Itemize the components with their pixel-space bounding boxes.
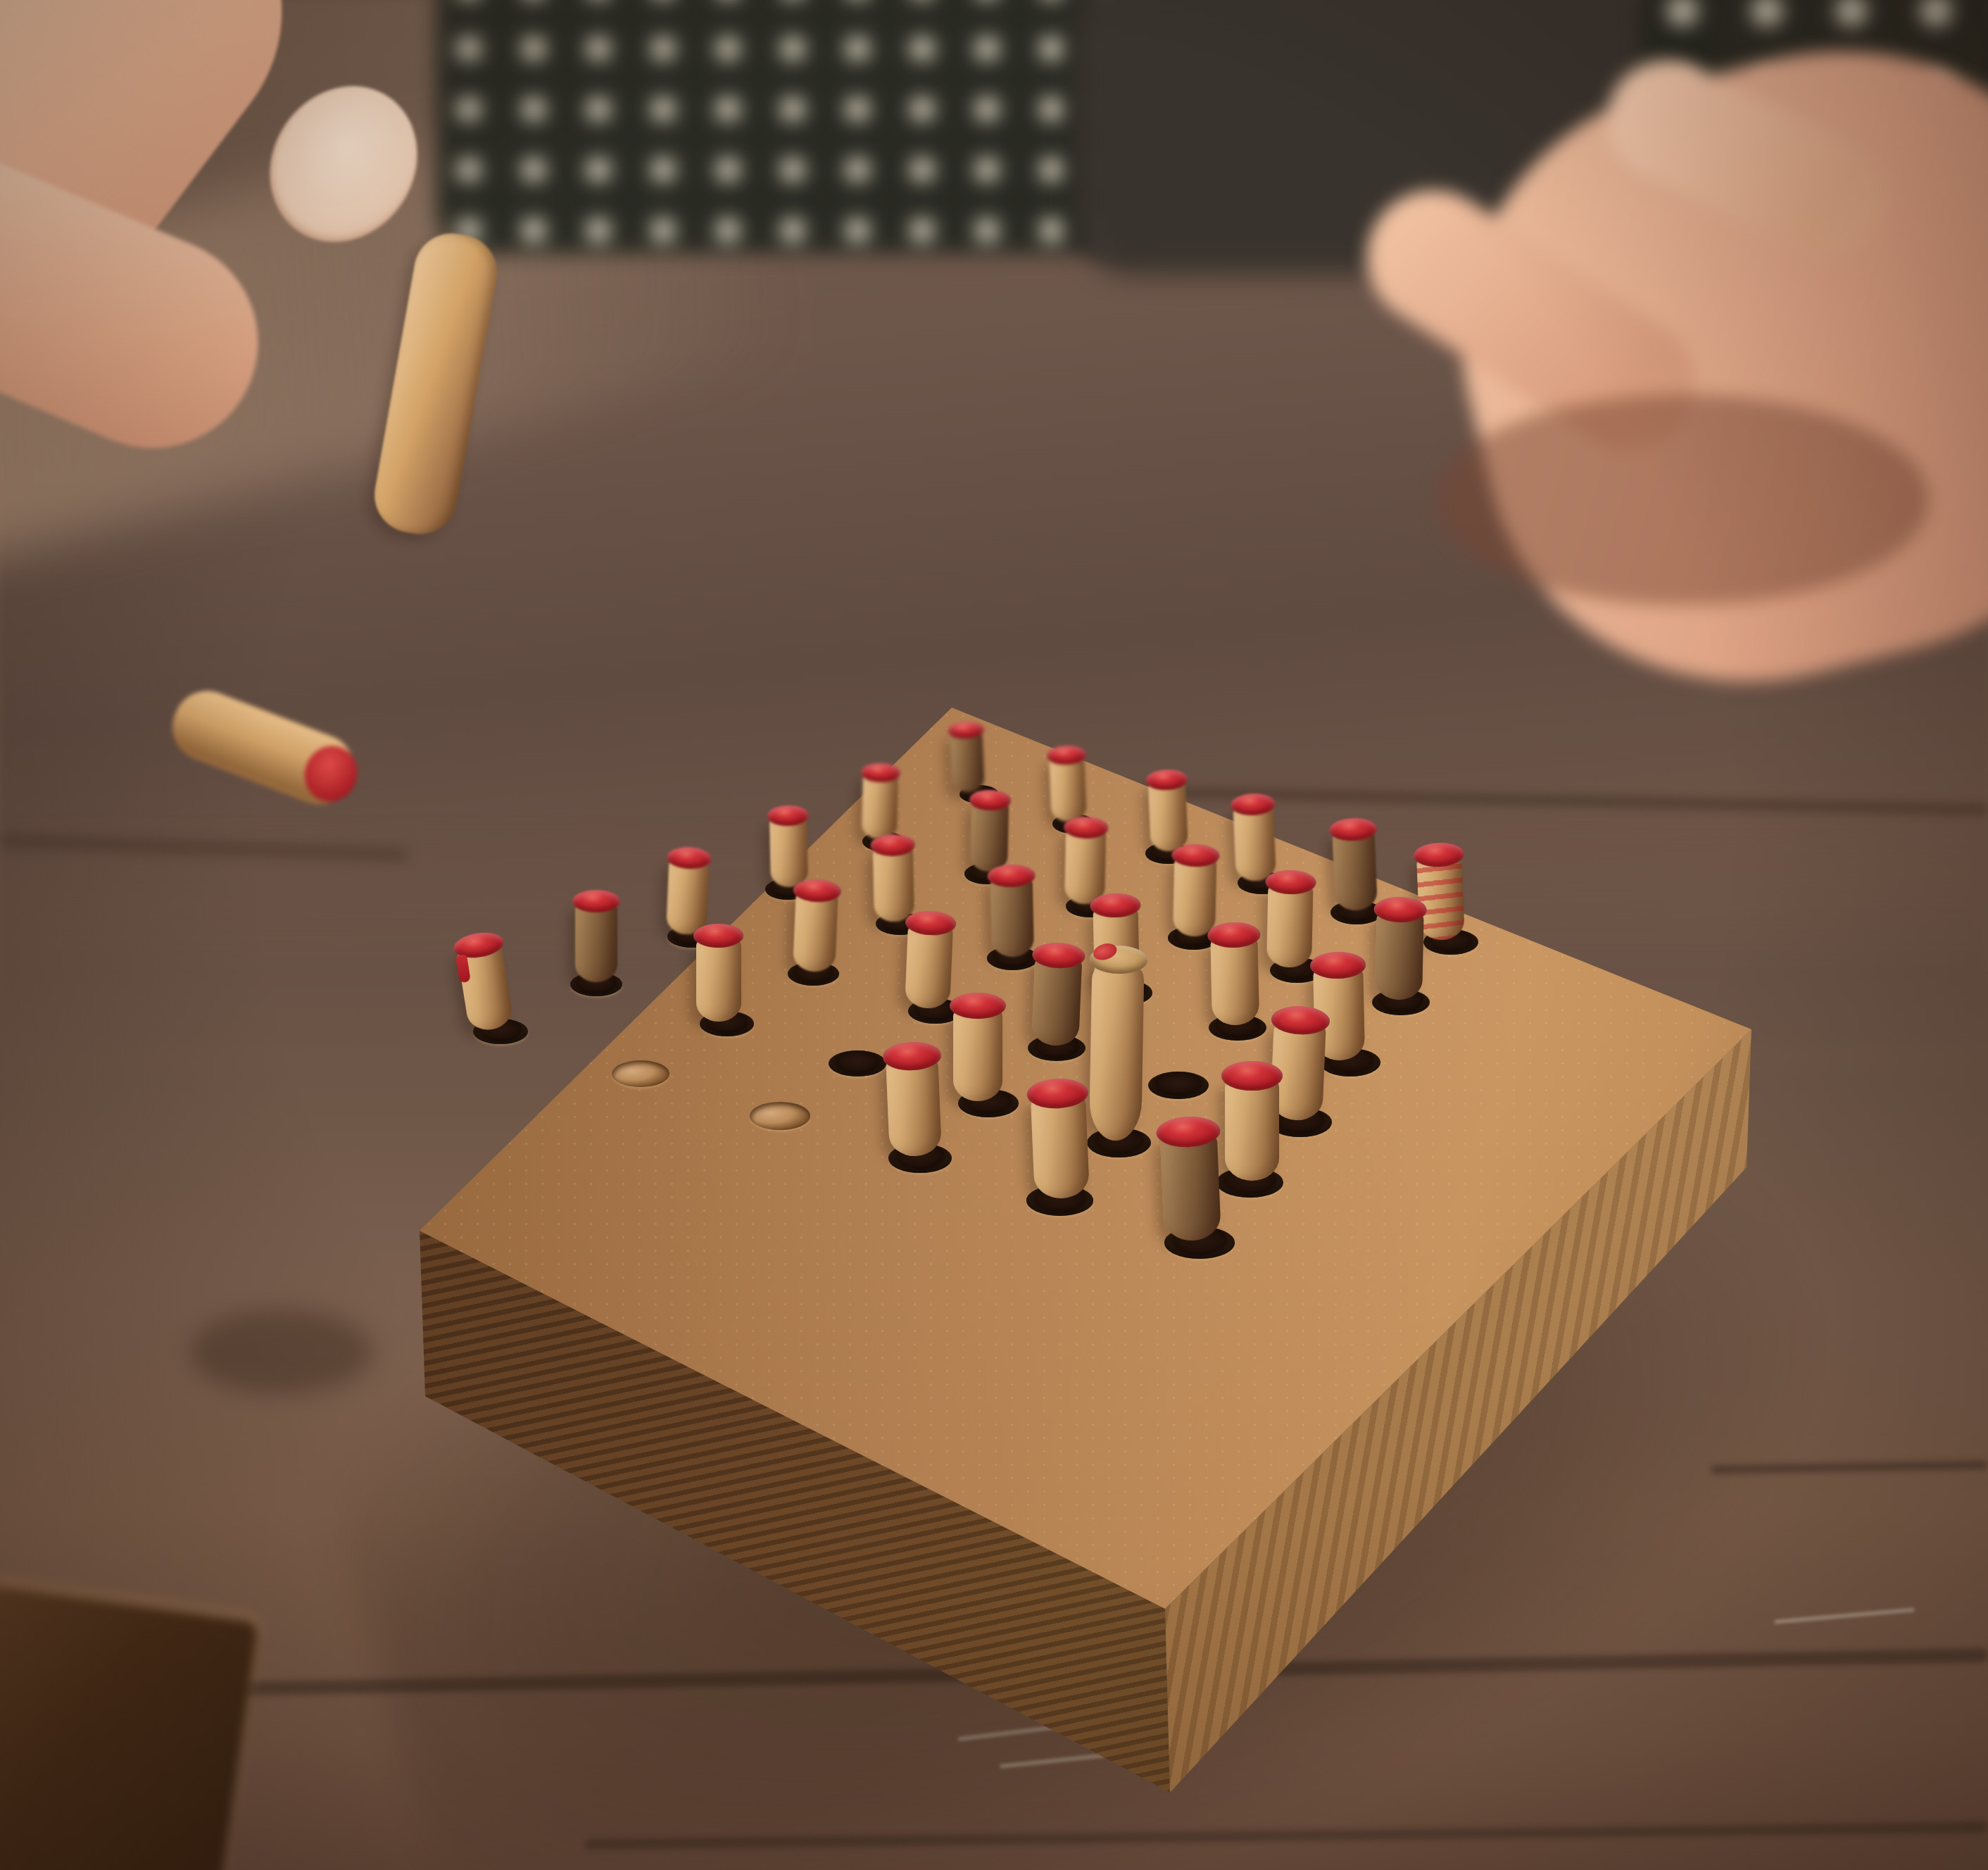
peg[interactable] <box>696 935 741 1022</box>
peg[interactable] <box>769 814 808 887</box>
empty-hole[interactable] <box>750 1102 810 1130</box>
empty-hole[interactable] <box>612 1060 669 1087</box>
right-hand-shadow <box>1436 394 1929 605</box>
scene <box>0 0 1988 1870</box>
peg[interactable] <box>1064 826 1106 904</box>
peg[interactable] <box>862 772 898 840</box>
peg[interactable] <box>1160 1129 1222 1242</box>
peg[interactable] <box>1049 753 1087 822</box>
peg[interactable] <box>1332 827 1378 911</box>
peg-top-red <box>572 890 619 912</box>
peg-top-red <box>1221 1061 1283 1090</box>
peg[interactable] <box>1173 853 1217 936</box>
peg-top-red <box>969 790 1012 810</box>
peg[interactable] <box>1210 934 1259 1027</box>
empty-hole[interactable] <box>829 1050 886 1077</box>
peg[interactable] <box>1148 778 1188 852</box>
peg-top-red <box>950 993 1005 1019</box>
peg-top-red <box>1063 817 1108 839</box>
peg[interactable] <box>1225 1074 1280 1181</box>
peg-body <box>1089 958 1145 1141</box>
peg[interactable] <box>990 874 1034 957</box>
peg[interactable] <box>575 900 617 982</box>
peg[interactable] <box>1233 803 1276 881</box>
peg[interactable] <box>1266 881 1313 969</box>
peg[interactable] <box>1031 953 1083 1047</box>
empty-hole[interactable] <box>1148 1072 1209 1100</box>
peg-top-red <box>693 924 743 948</box>
checkered-shirt <box>436 0 1155 253</box>
peg[interactable] <box>950 729 985 793</box>
peg-top-red <box>861 763 900 783</box>
peg[interactable] <box>1030 1091 1089 1200</box>
peg[interactable] <box>793 889 838 972</box>
peg[interactable] <box>872 844 914 922</box>
table-knot <box>190 1310 373 1394</box>
peg[interactable] <box>970 799 1009 872</box>
foreground-box-corner <box>0 1577 258 1870</box>
peg[interactable] <box>1375 908 1424 1001</box>
peg[interactable] <box>666 856 709 935</box>
peg[interactable] <box>905 921 953 1010</box>
peg[interactable] <box>953 1005 1003 1101</box>
left-hand <box>0 0 1 1</box>
peg-half-raised[interactable] <box>1089 958 1145 1141</box>
peg[interactable] <box>886 1054 942 1157</box>
